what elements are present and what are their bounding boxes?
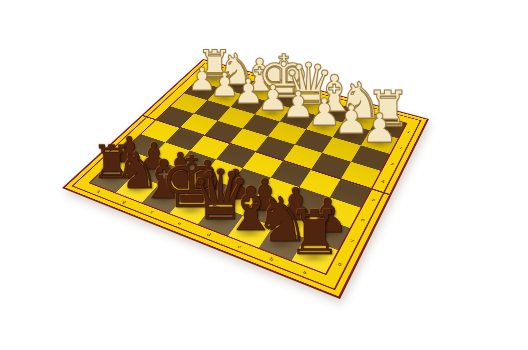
board-pinstripe-frame: abcdefgh 12345678 xyxy=(71,63,421,291)
chess-board: abcdefgh 12345678 xyxy=(62,59,429,299)
board-surface: abcdefgh 12345678 xyxy=(62,59,429,299)
photo-background: abcdefgh 12345678 ♜♞♝♛♚♝♞♜♟♟♟♟♟♟♟♟♟♟♟♟♟♟… xyxy=(0,0,528,350)
board-border: abcdefgh 12345678 xyxy=(65,60,427,296)
rank-label-1: 1 xyxy=(403,125,414,141)
board-shadow: abcdefgh 12345678 xyxy=(0,0,528,350)
board-squares-grid xyxy=(88,69,407,275)
